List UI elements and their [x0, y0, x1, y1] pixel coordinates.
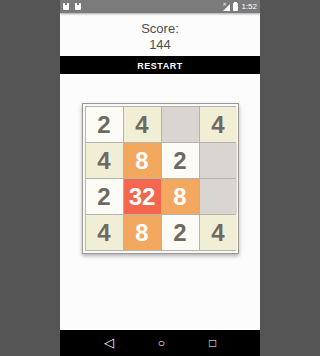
status-bar-indicators: ✕ 1:52	[222, 0, 257, 13]
notification-icon	[63, 3, 69, 10]
notification-icon	[75, 3, 81, 10]
tile-4: 4	[86, 143, 123, 178]
tile-2: 2	[162, 215, 199, 250]
battery-icon	[233, 2, 238, 11]
phone-screen: ✕ 1:52 Score: 144 RESTART 24448223284824…	[60, 0, 260, 356]
restart-button[interactable]: RESTART	[60, 56, 260, 74]
tile-4: 4	[86, 215, 123, 250]
status-bar: ✕ 1:52	[60, 0, 260, 13]
tile-8: 8	[124, 143, 161, 178]
tile-32: 32	[124, 179, 161, 214]
back-icon[interactable]: ◁	[104, 330, 114, 356]
recents-icon[interactable]: □	[209, 330, 216, 356]
tile-2: 2	[162, 143, 199, 178]
tile-4: 4	[200, 215, 237, 250]
empty-cell	[162, 107, 199, 142]
home-icon[interactable]: ○	[158, 330, 165, 356]
status-bar-time: 1:52	[241, 0, 257, 13]
tile-2: 2	[86, 107, 123, 142]
score-label: Score:	[60, 22, 260, 36]
empty-cell	[200, 179, 237, 214]
score-value: 144	[60, 37, 260, 52]
tile-4: 4	[200, 107, 237, 142]
tile-8: 8	[162, 179, 199, 214]
tile-8: 8	[124, 215, 161, 250]
signal-icon: ✕	[222, 3, 230, 11]
status-bar-notifications	[63, 3, 81, 10]
empty-cell	[200, 143, 237, 178]
tile-2: 2	[86, 179, 123, 214]
android-nav-bar: ◁ ○ □	[60, 330, 260, 356]
board-grid[interactable]: 24448223284824	[85, 106, 236, 251]
tile-4: 4	[124, 107, 161, 142]
game-board[interactable]: 24448223284824	[82, 103, 239, 254]
